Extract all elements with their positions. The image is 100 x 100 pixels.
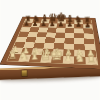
piece-black-pawn[interactable]: ♟ (58, 21, 64, 28)
chess-set-photo: ♜♞♝♛♚♝♞♜♟♟♟♟♟♟♟♟♟♟♟♟♟♟♟♟♜♞♝♛♚♝♞♜ (0, 0, 100, 100)
square-g1[interactable]: ♞ (74, 56, 86, 64)
piece-white-knight[interactable]: ♞ (74, 52, 85, 64)
piece-white-bishop[interactable]: ♝ (62, 50, 74, 64)
photo-viewport: ♜♞♝♛♚♝♞♜♟♟♟♟♟♟♟♟♟♟♟♟♟♟♟♟♜♞♝♛♚♝♞♜ (0, 0, 100, 100)
piece-white-rook[interactable]: ♜ (86, 53, 96, 64)
chess-board: ♜♞♝♛♚♝♞♜♟♟♟♟♟♟♟♟♟♟♟♟♟♟♟♟♜♞♝♛♚♝♞♜ (0, 17, 100, 70)
square-h1[interactable]: ♜ (85, 57, 97, 65)
square-h7[interactable]: ♟ (83, 24, 92, 29)
piece-black-pawn[interactable]: ♟ (40, 21, 46, 28)
piece-black-pawn[interactable]: ♟ (23, 20, 29, 27)
perspective-wrapper: ♜♞♝♛♚♝♞♜♟♟♟♟♟♟♟♟♟♟♟♟♟♟♟♟♜♞♝♛♚♝♞♜ (0, 0, 100, 100)
chess-set-group: ♜♞♝♛♚♝♞♜♟♟♟♟♟♟♟♟♟♟♟♟♟♟♟♟♜♞♝♛♚♝♞♜ (0, 0, 100, 100)
board-grid: ♜♞♝♛♚♝♞♜♟♟♟♟♟♟♟♟♟♟♟♟♟♟♟♟♜♞♝♛♚♝♞♜ (6, 19, 98, 66)
piece-white-knight[interactable]: ♞ (18, 50, 29, 62)
square-f7[interactable]: ♟ (65, 24, 74, 29)
square-f1[interactable]: ♝ (63, 56, 74, 64)
piece-black-pawn[interactable]: ♟ (49, 21, 55, 28)
piece-black-pawn[interactable]: ♟ (67, 21, 73, 28)
piece-black-pawn[interactable]: ♟ (84, 21, 90, 28)
piece-white-rook[interactable]: ♜ (8, 51, 17, 61)
piece-black-pawn[interactable]: ♟ (32, 20, 38, 27)
piece-black-pawn[interactable]: ♟ (75, 21, 81, 28)
